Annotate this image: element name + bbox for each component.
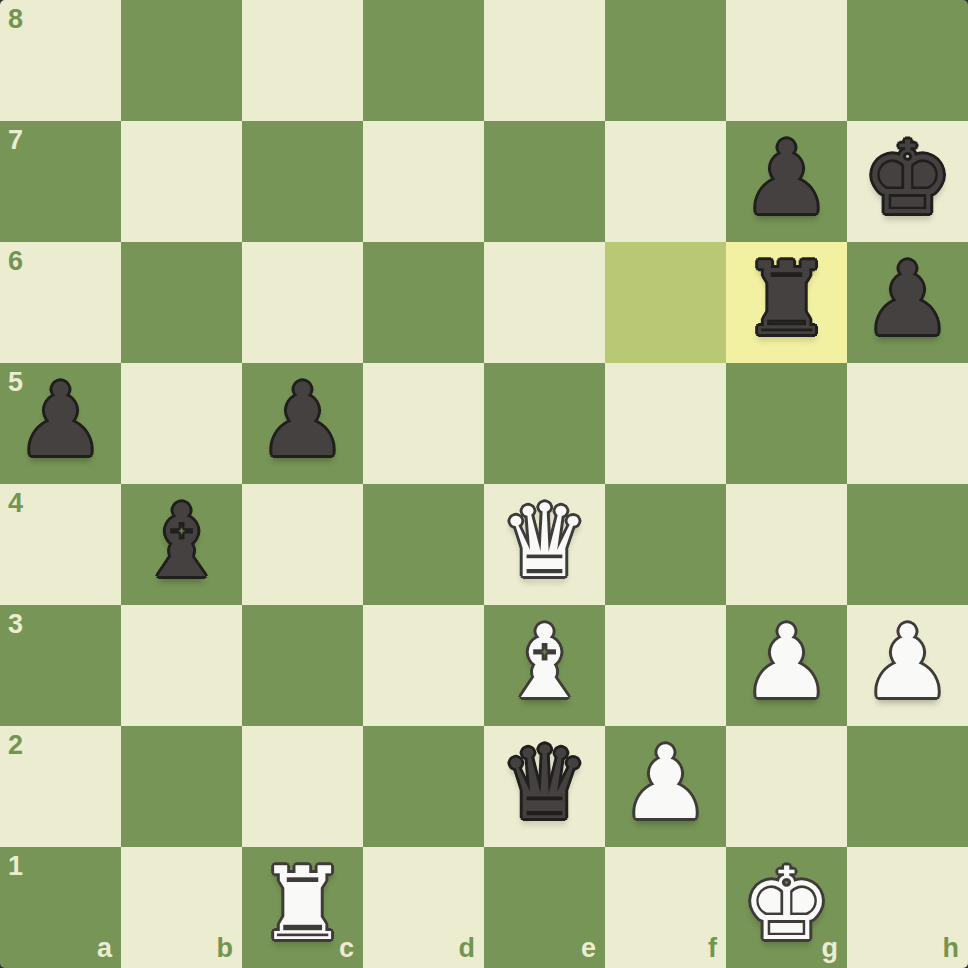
rank-label-8: 8: [8, 6, 23, 33]
square-d7[interactable]: [363, 121, 484, 242]
square-c3[interactable]: [242, 605, 363, 726]
square-h3[interactable]: ♟: [847, 605, 968, 726]
square-b7[interactable]: [121, 121, 242, 242]
square-b8[interactable]: [121, 0, 242, 121]
white-bishop[interactable]: ♝: [499, 602, 590, 723]
rank-label-5: 5: [8, 369, 23, 396]
black-queen[interactable]: ♛: [499, 723, 590, 844]
file-label-f: f: [708, 935, 717, 962]
square-c6[interactable]: [242, 242, 363, 363]
square-e1[interactable]: e: [484, 847, 605, 968]
square-c4[interactable]: [242, 484, 363, 605]
white-king[interactable]: ♚: [741, 844, 832, 965]
square-f2[interactable]: ♟: [605, 726, 726, 847]
square-h5[interactable]: [847, 363, 968, 484]
square-h8[interactable]: [847, 0, 968, 121]
square-e6[interactable]: [484, 242, 605, 363]
file-label-g: g: [822, 935, 839, 962]
square-e3[interactable]: ♝: [484, 605, 605, 726]
square-d5[interactable]: [363, 363, 484, 484]
square-b3[interactable]: [121, 605, 242, 726]
square-g5[interactable]: [726, 363, 847, 484]
white-pawn[interactable]: ♟: [862, 602, 953, 723]
square-a2[interactable]: 2: [0, 726, 121, 847]
rank-label-7: 7: [8, 127, 23, 154]
square-c8[interactable]: [242, 0, 363, 121]
square-f6[interactable]: [605, 242, 726, 363]
square-h6[interactable]: ♟: [847, 242, 968, 363]
rank-label-2: 2: [8, 732, 23, 759]
square-a1[interactable]: 1a: [0, 847, 121, 968]
white-queen[interactable]: ♛: [499, 481, 590, 602]
square-f3[interactable]: [605, 605, 726, 726]
square-h7[interactable]: ♚: [847, 121, 968, 242]
rank-label-1: 1: [8, 853, 23, 880]
square-b2[interactable]: [121, 726, 242, 847]
square-a3[interactable]: 3: [0, 605, 121, 726]
square-f4[interactable]: [605, 484, 726, 605]
square-f5[interactable]: [605, 363, 726, 484]
square-c7[interactable]: [242, 121, 363, 242]
black-rook[interactable]: ♜: [741, 239, 832, 360]
square-e4[interactable]: ♛: [484, 484, 605, 605]
file-label-c: c: [339, 935, 354, 962]
black-pawn[interactable]: ♟: [15, 360, 106, 481]
file-label-d: d: [459, 935, 476, 962]
square-f8[interactable]: [605, 0, 726, 121]
white-rook[interactable]: ♜: [257, 844, 348, 965]
square-c2[interactable]: [242, 726, 363, 847]
square-e7[interactable]: [484, 121, 605, 242]
black-pawn[interactable]: ♟: [741, 118, 832, 239]
square-a5[interactable]: ♟5: [0, 363, 121, 484]
square-e8[interactable]: [484, 0, 605, 121]
square-g8[interactable]: [726, 0, 847, 121]
white-pawn[interactable]: ♟: [741, 602, 832, 723]
square-c1[interactable]: ♜c: [242, 847, 363, 968]
square-f1[interactable]: f: [605, 847, 726, 968]
square-e2[interactable]: ♛: [484, 726, 605, 847]
square-e5[interactable]: [484, 363, 605, 484]
square-b1[interactable]: b: [121, 847, 242, 968]
square-a6[interactable]: 6: [0, 242, 121, 363]
square-d3[interactable]: [363, 605, 484, 726]
square-g4[interactable]: [726, 484, 847, 605]
square-f7[interactable]: [605, 121, 726, 242]
file-label-a: a: [97, 935, 112, 962]
black-pawn[interactable]: ♟: [862, 239, 953, 360]
file-label-h: h: [943, 935, 960, 962]
rank-label-3: 3: [8, 611, 23, 638]
square-g2[interactable]: [726, 726, 847, 847]
square-g7[interactable]: ♟: [726, 121, 847, 242]
square-d2[interactable]: [363, 726, 484, 847]
square-b4[interactable]: ♝: [121, 484, 242, 605]
square-b6[interactable]: [121, 242, 242, 363]
black-bishop[interactable]: ♝: [136, 481, 227, 602]
square-a7[interactable]: 7: [0, 121, 121, 242]
square-h4[interactable]: [847, 484, 968, 605]
square-d1[interactable]: d: [363, 847, 484, 968]
square-d6[interactable]: [363, 242, 484, 363]
square-g1[interactable]: ♚g: [726, 847, 847, 968]
file-label-b: b: [217, 935, 234, 962]
square-h1[interactable]: h: [847, 847, 968, 968]
square-g6[interactable]: ♜: [726, 242, 847, 363]
square-a8[interactable]: 8: [0, 0, 121, 121]
square-a4[interactable]: 4: [0, 484, 121, 605]
black-pawn[interactable]: ♟: [257, 360, 348, 481]
rank-label-4: 4: [8, 490, 23, 517]
square-g3[interactable]: ♟: [726, 605, 847, 726]
square-d8[interactable]: [363, 0, 484, 121]
square-d4[interactable]: [363, 484, 484, 605]
black-king[interactable]: ♚: [862, 118, 953, 239]
square-b5[interactable]: [121, 363, 242, 484]
rank-label-6: 6: [8, 248, 23, 275]
chess-board: 87♟♚6♜♟♟5♟4♝♛3♝♟♟2♛♟1ab♜cdef♚gh: [0, 0, 968, 968]
square-c5[interactable]: ♟: [242, 363, 363, 484]
file-label-e: e: [581, 935, 596, 962]
white-pawn[interactable]: ♟: [620, 723, 711, 844]
square-h2[interactable]: [847, 726, 968, 847]
